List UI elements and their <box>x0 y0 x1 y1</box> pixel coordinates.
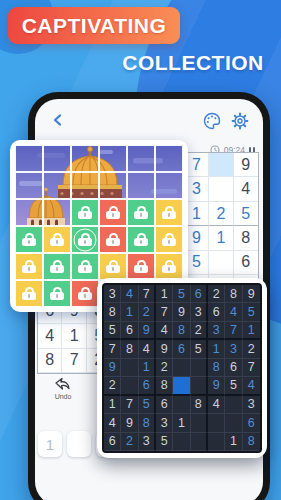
dark-cell-r6c6[interactable] <box>191 377 208 395</box>
lock-icon <box>106 260 120 273</box>
dark-cell-r1c6[interactable]: 6 <box>191 285 208 303</box>
dark-cell-r3c5[interactable]: 8 <box>173 322 190 340</box>
picture-tile-r1c5 <box>127 145 155 172</box>
dark-cell-r7c7[interactable]: 4 <box>208 396 225 414</box>
dark-cell-r9c9[interactable]: 8 <box>243 433 260 451</box>
dark-cell-r5c8[interactable]: 6 <box>225 359 242 377</box>
dark-cell-r7c5[interactable] <box>173 396 190 414</box>
dark-cell-r8c6[interactable] <box>191 414 208 432</box>
lock-icon <box>134 260 148 273</box>
picture-tile-r5c5[interactable] <box>127 253 155 280</box>
dark-cell-r2c8[interactable]: 4 <box>225 303 242 321</box>
dark-cell-r3c8[interactable]: 7 <box>225 322 242 340</box>
picture-tile-r3c1 <box>15 199 43 226</box>
dark-cell-r1c5[interactable]: 5 <box>173 285 190 303</box>
undo-icon <box>53 376 73 392</box>
dark-sudoku-card: 3471562898127936455694823717849651329128… <box>97 278 267 458</box>
lock-icon <box>22 260 36 273</box>
dark-cell-r4c2[interactable]: 8 <box>121 340 138 358</box>
lock-icon <box>134 233 148 246</box>
phone-cell-r9c2[interactable]: 7 <box>62 349 86 373</box>
dark-cell-r4c1[interactable]: 7 <box>104 340 121 358</box>
picture-tile-r1c3 <box>71 145 99 172</box>
phone-cell-r2c8[interactable] <box>209 177 233 201</box>
phone-cell-r8c1[interactable]: 4 <box>38 324 62 348</box>
dark-cell-r8c9[interactable]: 6 <box>243 414 260 432</box>
dark-cell-r4c6[interactable]: 5 <box>191 340 208 358</box>
picture-tile-r1c2 <box>43 145 71 172</box>
dark-cell-r5c7[interactable]: 8 <box>208 359 225 377</box>
picture-tile-r3c4[interactable] <box>99 199 127 226</box>
dark-cell-r5c2[interactable] <box>121 359 138 377</box>
lock-icon <box>22 287 36 300</box>
dark-cell-r8c1[interactable]: 4 <box>104 414 121 432</box>
phone-cell-r5c9[interactable]: 6 <box>234 251 258 275</box>
dark-cell-r6c1[interactable]: 2 <box>104 377 121 395</box>
picture-tile-r6c3[interactable] <box>71 280 99 307</box>
dark-cell-r2c3[interactable]: 2 <box>139 303 156 321</box>
picture-tile-r2c6 <box>155 172 183 199</box>
dark-cell-r7c3[interactable]: 5 <box>139 396 156 414</box>
dark-cell-r9c2[interactable]: 2 <box>121 433 138 451</box>
picture-tile-r4c2[interactable] <box>43 226 71 253</box>
lock-icon <box>78 287 92 300</box>
picture-tile-r4c1[interactable] <box>15 226 43 253</box>
dark-cell-r4c8[interactable]: 3 <box>225 340 242 358</box>
lock-icon <box>78 206 92 219</box>
picture-tile-r1c1 <box>15 145 43 172</box>
dark-cell-r4c3[interactable]: 4 <box>139 340 156 358</box>
dark-cell-r5c1[interactable]: 9 <box>104 359 121 377</box>
picture-tile-r2c4 <box>99 172 127 199</box>
dark-cell-r8c4[interactable]: 3 <box>156 414 173 432</box>
picture-tile-r2c2 <box>43 172 71 199</box>
picture-tile-r2c1 <box>15 172 43 199</box>
picture-tile-r6c2[interactable] <box>43 280 71 307</box>
dark-cell-r9c5[interactable] <box>173 433 190 451</box>
dark-cell-r2c1[interactable]: 8 <box>104 303 121 321</box>
phone-cell-r8c2[interactable]: 1 <box>62 324 86 348</box>
picture-tile-r3c6[interactable] <box>155 199 183 226</box>
dark-cell-r6c4[interactable]: 8 <box>156 377 173 395</box>
lock-icon <box>50 260 64 273</box>
dark-cell-r8c7[interactable] <box>208 414 225 432</box>
dark-cell-r7c9[interactable]: 3 <box>243 396 260 414</box>
picture-tile-r3c5[interactable] <box>127 199 155 226</box>
dark-cell-r3c3[interactable]: 9 <box>139 322 156 340</box>
lock-icon <box>162 206 176 219</box>
dark-cell-r8c5[interactable]: 1 <box>173 414 190 432</box>
dark-cell-r2c9[interactable]: 5 <box>243 303 260 321</box>
picture-tile-r4c5[interactable] <box>127 226 155 253</box>
dark-cell-r5c4[interactable]: 2 <box>156 359 173 377</box>
phone-cell-r1c9[interactable]: 9 <box>234 153 258 177</box>
undo-button[interactable]: Undo <box>43 376 83 400</box>
lock-icon <box>106 206 120 219</box>
numpad-1[interactable]: 1 <box>38 431 62 457</box>
dark-cell-r5c6[interactable] <box>191 359 208 377</box>
dark-cell-r2c7[interactable]: 6 <box>208 303 225 321</box>
dark-cell-r9c8[interactable]: 1 <box>225 433 242 451</box>
phone-cell-r2c9[interactable]: 4 <box>234 177 258 201</box>
picture-tile-r1c4 <box>99 145 127 172</box>
lock-icon <box>78 260 92 273</box>
palette-icon[interactable] <box>203 112 221 130</box>
dark-cell-r7c2[interactable]: 7 <box>121 396 138 414</box>
banner-collection: COLLECTION <box>118 51 268 75</box>
dark-cell-r1c1[interactable]: 3 <box>104 285 121 303</box>
lock-icon <box>50 233 64 246</box>
dark-cell-r2c6[interactable]: 3 <box>191 303 208 321</box>
lock-icon <box>162 233 176 246</box>
dark-cell-r1c2[interactable]: 4 <box>121 285 138 303</box>
phone-cell-r1c7[interactable]: 7 <box>185 153 209 177</box>
dark-cell-r1c3[interactable]: 7 <box>139 285 156 303</box>
phone-cell-r2c7[interactable]: 3 <box>185 177 209 201</box>
numpad-blank[interactable] <box>67 431 91 457</box>
banner-line1: CAPTIVATING <box>22 14 167 38</box>
dark-cell-r9c4[interactable]: 5 <box>156 433 173 451</box>
picture-tile-r1c6 <box>155 145 183 172</box>
undo-label: Undo <box>55 393 72 400</box>
dark-cell-r4c4[interactable]: 9 <box>156 340 173 358</box>
dark-cell-r7c1[interactable]: 1 <box>104 396 121 414</box>
app-screenshot: CAPTIVATING COLLECTION <box>0 0 281 500</box>
picture-tile-r5c3[interactable] <box>71 253 99 280</box>
picture-tile-r3c2 <box>43 199 71 226</box>
lock-icon <box>78 233 92 246</box>
dark-cell-r4c9[interactable]: 2 <box>243 340 260 358</box>
picture-tile-r5c6[interactable] <box>155 253 183 280</box>
dark-cell-r5c9[interactable]: 7 <box>243 359 260 377</box>
phone-cell-r9c1[interactable]: 8 <box>38 349 62 373</box>
picture-tile-r4c6[interactable] <box>155 226 183 253</box>
dark-cell-r2c4[interactable]: 7 <box>156 303 173 321</box>
dark-cell-r3c7[interactable]: 3 <box>208 322 225 340</box>
dark-cell-r8c8[interactable] <box>225 414 242 432</box>
dark-cell-r5c3[interactable]: 1 <box>139 359 156 377</box>
dark-cell-r7c8[interactable] <box>225 396 242 414</box>
gear-icon[interactable] <box>231 112 249 130</box>
dark-cell-r6c5[interactable] <box>173 377 190 395</box>
dark-cell-r9c7[interactable] <box>208 433 225 451</box>
dark-cell-r1c8[interactable]: 8 <box>225 285 242 303</box>
lock-icon <box>162 260 176 273</box>
dark-cell-r3c6[interactable]: 2 <box>191 322 208 340</box>
lock-icon <box>106 233 120 246</box>
dark-cell-r1c9[interactable]: 9 <box>243 285 260 303</box>
dark-cell-r4c7[interactable]: 1 <box>208 340 225 358</box>
dark-cell-r1c4[interactable]: 1 <box>156 285 173 303</box>
dark-cell-r8c2[interactable]: 9 <box>121 414 138 432</box>
phone-cell-r3c9[interactable]: 5 <box>234 202 258 226</box>
dark-cell-r9c3[interactable]: 3 <box>139 433 156 451</box>
dark-cell-r6c3[interactable]: 6 <box>139 377 156 395</box>
phone-cell-r1c8[interactable] <box>209 153 233 177</box>
dark-cell-r3c1[interactable]: 5 <box>104 322 121 340</box>
dark-cell-r3c9[interactable]: 1 <box>243 322 260 340</box>
dark-cell-r4c5[interactable]: 6 <box>173 340 190 358</box>
phone-header <box>45 111 255 131</box>
picture-tile-r5c2[interactable] <box>43 253 71 280</box>
picture-tile-r5c4[interactable] <box>99 253 127 280</box>
dark-cell-r7c6[interactable]: 8 <box>191 396 208 414</box>
phone-cell-r5c8[interactable] <box>209 251 233 275</box>
phone-cell-r4c7[interactable]: 9 <box>185 226 209 250</box>
dark-cell-r6c9[interactable]: 4 <box>243 377 260 395</box>
phone-cell-r3c8[interactable]: 2 <box>209 202 233 226</box>
dark-cell-r6c8[interactable]: 5 <box>225 377 242 395</box>
picture-tile-r4c4[interactable] <box>99 226 127 253</box>
dark-cell-r9c6[interactable] <box>191 433 208 451</box>
dark-cell-r3c2[interactable]: 6 <box>121 322 138 340</box>
dark-cell-r9c1[interactable]: 6 <box>104 433 121 451</box>
picture-tile-r2c5 <box>127 172 155 199</box>
dark-cell-r2c2[interactable]: 1 <box>121 303 138 321</box>
back-button[interactable] <box>51 113 65 127</box>
dark-cell-r6c2[interactable] <box>121 377 138 395</box>
dark-board: 3471562898127936455694823717849651329128… <box>102 283 262 453</box>
banner-captivating: CAPTIVATING <box>8 7 180 44</box>
dark-cell-r3c4[interactable]: 4 <box>156 322 173 340</box>
phone-cell-r4c9[interactable]: 8 <box>234 226 258 250</box>
banner-line2: COLLECTION <box>122 51 264 74</box>
picture-tile-r3c3[interactable] <box>71 199 99 226</box>
dark-cell-r6c7[interactable]: 9 <box>208 377 225 395</box>
dark-cell-r8c3[interactable]: 8 <box>139 414 156 432</box>
phone-cell-r4c8[interactable]: 1 <box>209 226 233 250</box>
dark-cell-r7c4[interactable]: 6 <box>156 396 173 414</box>
lock-icon <box>50 287 64 300</box>
picture-tile-r6c1[interactable] <box>15 280 43 307</box>
picture-tile-r2c3 <box>71 172 99 199</box>
dark-cell-r2c5[interactable]: 9 <box>173 303 190 321</box>
lock-icon <box>22 233 36 246</box>
dark-cell-r1c7[interactable]: 2 <box>208 285 225 303</box>
picture-tile-r4c3[interactable] <box>71 226 99 253</box>
dark-cell-r5c5[interactable] <box>173 359 190 377</box>
picture-tile-r5c1[interactable] <box>15 253 43 280</box>
phone-cell-r3c7[interactable]: 1 <box>185 202 209 226</box>
lock-icon <box>134 206 148 219</box>
phone-cell-r5c7[interactable]: 5 <box>185 251 209 275</box>
